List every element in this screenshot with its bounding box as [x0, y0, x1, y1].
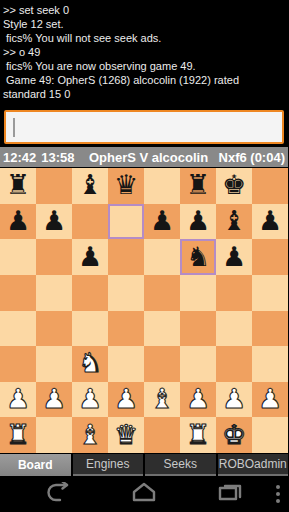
square-a3[interactable]	[0, 346, 36, 382]
square-c4[interactable]	[72, 311, 108, 347]
piece-white-king: ♚	[222, 421, 246, 448]
square-h5[interactable]	[252, 275, 288, 311]
overflow-menu-icon	[276, 485, 280, 503]
command-input-wrap	[4, 110, 284, 144]
piece-white-pawn: ♟	[6, 385, 30, 412]
square-e8[interactable]	[144, 168, 180, 204]
square-e7[interactable]: ♟	[144, 204, 180, 240]
square-h8[interactable]	[252, 168, 288, 204]
square-f4[interactable]	[180, 311, 216, 347]
square-a1[interactable]: ♜	[0, 417, 36, 453]
black-clock: 13:58	[41, 150, 74, 165]
tab-bar: Board Engines Seeks ROBOadmin	[0, 454, 288, 476]
command-input[interactable]	[6, 112, 282, 142]
square-g7[interactable]: ♝	[216, 204, 252, 240]
square-g2[interactable]: ♟	[216, 382, 252, 418]
piece-white-pawn: ♟	[114, 385, 138, 412]
square-c1[interactable]: ♝	[72, 417, 108, 453]
piece-black-pawn: ♟	[222, 243, 246, 270]
piece-white-rook: ♜	[6, 421, 30, 448]
square-c6[interactable]: ♟	[72, 239, 108, 275]
piece-black-pawn: ♟	[186, 207, 210, 234]
piece-black-pawn: ♟	[78, 243, 102, 270]
piece-white-pawn: ♟	[186, 385, 210, 412]
square-a5[interactable]	[0, 275, 36, 311]
piece-white-pawn: ♟	[258, 385, 282, 412]
square-f6[interactable]: ♞	[180, 239, 216, 275]
square-f8[interactable]: ♜	[180, 168, 216, 204]
square-b6[interactable]	[36, 239, 72, 275]
square-b8[interactable]	[36, 168, 72, 204]
piece-white-knight: ♞	[78, 349, 102, 376]
square-f7[interactable]: ♟	[180, 204, 216, 240]
square-d4[interactable]	[108, 311, 144, 347]
square-c2[interactable]: ♟	[72, 382, 108, 418]
tab-board[interactable]: Board	[0, 454, 71, 476]
piece-black-rook: ♜	[186, 171, 210, 198]
square-b1[interactable]	[36, 417, 72, 453]
recents-icon	[217, 482, 243, 506]
square-e4[interactable]	[144, 311, 180, 347]
square-h6[interactable]	[252, 239, 288, 275]
square-e2[interactable]: ♝	[144, 382, 180, 418]
console-line: >> set seek 0	[3, 3, 288, 17]
piece-black-pawn: ♟	[6, 207, 30, 234]
square-a7[interactable]: ♟	[0, 204, 36, 240]
piece-white-rook: ♜	[186, 421, 210, 448]
text-cursor	[13, 118, 15, 137]
piece-black-king: ♚	[222, 171, 246, 198]
square-b4[interactable]	[36, 311, 72, 347]
app-screen: { "game": "chess", "position": { "fen": …	[0, 0, 288, 512]
piece-white-pawn: ♟	[222, 385, 246, 412]
square-d7[interactable]	[108, 204, 144, 240]
square-g6[interactable]: ♟	[216, 239, 252, 275]
console-line: Style 12 set.	[3, 17, 288, 31]
players-title: OpherS V alcocolin	[89, 150, 208, 165]
tab-engines[interactable]: Engines	[73, 454, 144, 476]
square-c5[interactable]	[72, 275, 108, 311]
white-clock: 12:42	[3, 150, 36, 165]
square-h7[interactable]: ♟	[252, 204, 288, 240]
tab-roboadmin[interactable]: ROBOadmin	[218, 454, 289, 476]
piece-black-queen: ♛	[114, 171, 138, 198]
square-d1[interactable]: ♛	[108, 417, 144, 453]
square-b5[interactable]	[36, 275, 72, 311]
square-e5[interactable]	[144, 275, 180, 311]
square-g3[interactable]	[216, 346, 252, 382]
piece-white-queen: ♛	[114, 421, 138, 448]
square-c3[interactable]: ♞	[72, 346, 108, 382]
home-icon	[131, 482, 157, 506]
square-f3[interactable]	[180, 346, 216, 382]
tab-seeks[interactable]: Seeks	[145, 454, 216, 476]
square-h4[interactable]	[252, 311, 288, 347]
piece-black-pawn: ♟	[42, 207, 66, 234]
console-line: Game 49: OpherS (1268) alcocolin (1922) …	[3, 73, 288, 87]
last-move-label: Nxf6 (0:04)	[219, 150, 285, 165]
square-a8[interactable]: ♜	[0, 168, 36, 204]
square-a2[interactable]: ♟	[0, 382, 36, 418]
console-line: fics% You are now observing game 49.	[3, 59, 288, 73]
square-f2[interactable]: ♟	[180, 382, 216, 418]
console-line: >> o 49	[3, 45, 288, 59]
square-c7[interactable]	[72, 204, 108, 240]
square-a6[interactable]	[0, 239, 36, 275]
back-icon	[44, 482, 72, 506]
square-d2[interactable]: ♟	[108, 382, 144, 418]
square-d8[interactable]: ♛	[108, 168, 144, 204]
square-b7[interactable]: ♟	[36, 204, 72, 240]
clocks: 12:4213:58	[3, 150, 79, 165]
piece-black-bishop: ♝	[78, 171, 102, 198]
console-line: fics% You will not see seek ads.	[3, 31, 288, 45]
square-c8[interactable]: ♝	[72, 168, 108, 204]
square-g8[interactable]: ♚	[216, 168, 252, 204]
square-h1[interactable]	[252, 417, 288, 453]
console-output: >> set seek 0 Style 12 set. fics% You wi…	[0, 0, 288, 102]
overflow-menu-button[interactable]	[276, 485, 280, 503]
piece-white-pawn: ♟	[42, 385, 66, 412]
chess-board: ♜♝♛♜♚♟♟♟♟♝♟♟♞♟♞♟♟♟♟♝♟♟♟♜♝♛♜♚	[0, 168, 288, 453]
piece-white-pawn: ♟	[78, 385, 102, 412]
square-e3[interactable]	[144, 346, 180, 382]
recents-button[interactable]	[213, 481, 247, 507]
square-h2[interactable]: ♟	[252, 382, 288, 418]
square-f5[interactable]	[180, 275, 216, 311]
game-status-bar: 12:4213:58 OpherS V alcocolin Nxf6 (0:04…	[0, 147, 288, 167]
android-nav-bar	[0, 476, 288, 512]
piece-white-bishop: ♝	[78, 421, 102, 448]
piece-black-bishop: ♝	[222, 207, 246, 234]
square-h3[interactable]	[252, 346, 288, 382]
piece-black-pawn: ♟	[150, 207, 174, 234]
home-button[interactable]	[127, 481, 161, 507]
square-g5[interactable]	[216, 275, 252, 311]
back-button[interactable]	[41, 481, 75, 507]
square-g4[interactable]	[216, 311, 252, 347]
square-a4[interactable]	[0, 311, 36, 347]
square-e1[interactable]	[144, 417, 180, 453]
square-e6[interactable]	[144, 239, 180, 275]
piece-white-bishop: ♝	[150, 385, 174, 412]
square-d5[interactable]	[108, 275, 144, 311]
piece-black-pawn: ♟	[258, 207, 282, 234]
square-d6[interactable]	[108, 239, 144, 275]
square-b3[interactable]	[36, 346, 72, 382]
console-line: standard 15 0	[3, 87, 288, 101]
piece-black-knight: ♞	[186, 243, 210, 270]
piece-black-rook: ♜	[6, 171, 30, 198]
square-b2[interactable]: ♟	[36, 382, 72, 418]
square-g1[interactable]: ♚	[216, 417, 252, 453]
square-d3[interactable]	[108, 346, 144, 382]
square-f1[interactable]: ♜	[180, 417, 216, 453]
